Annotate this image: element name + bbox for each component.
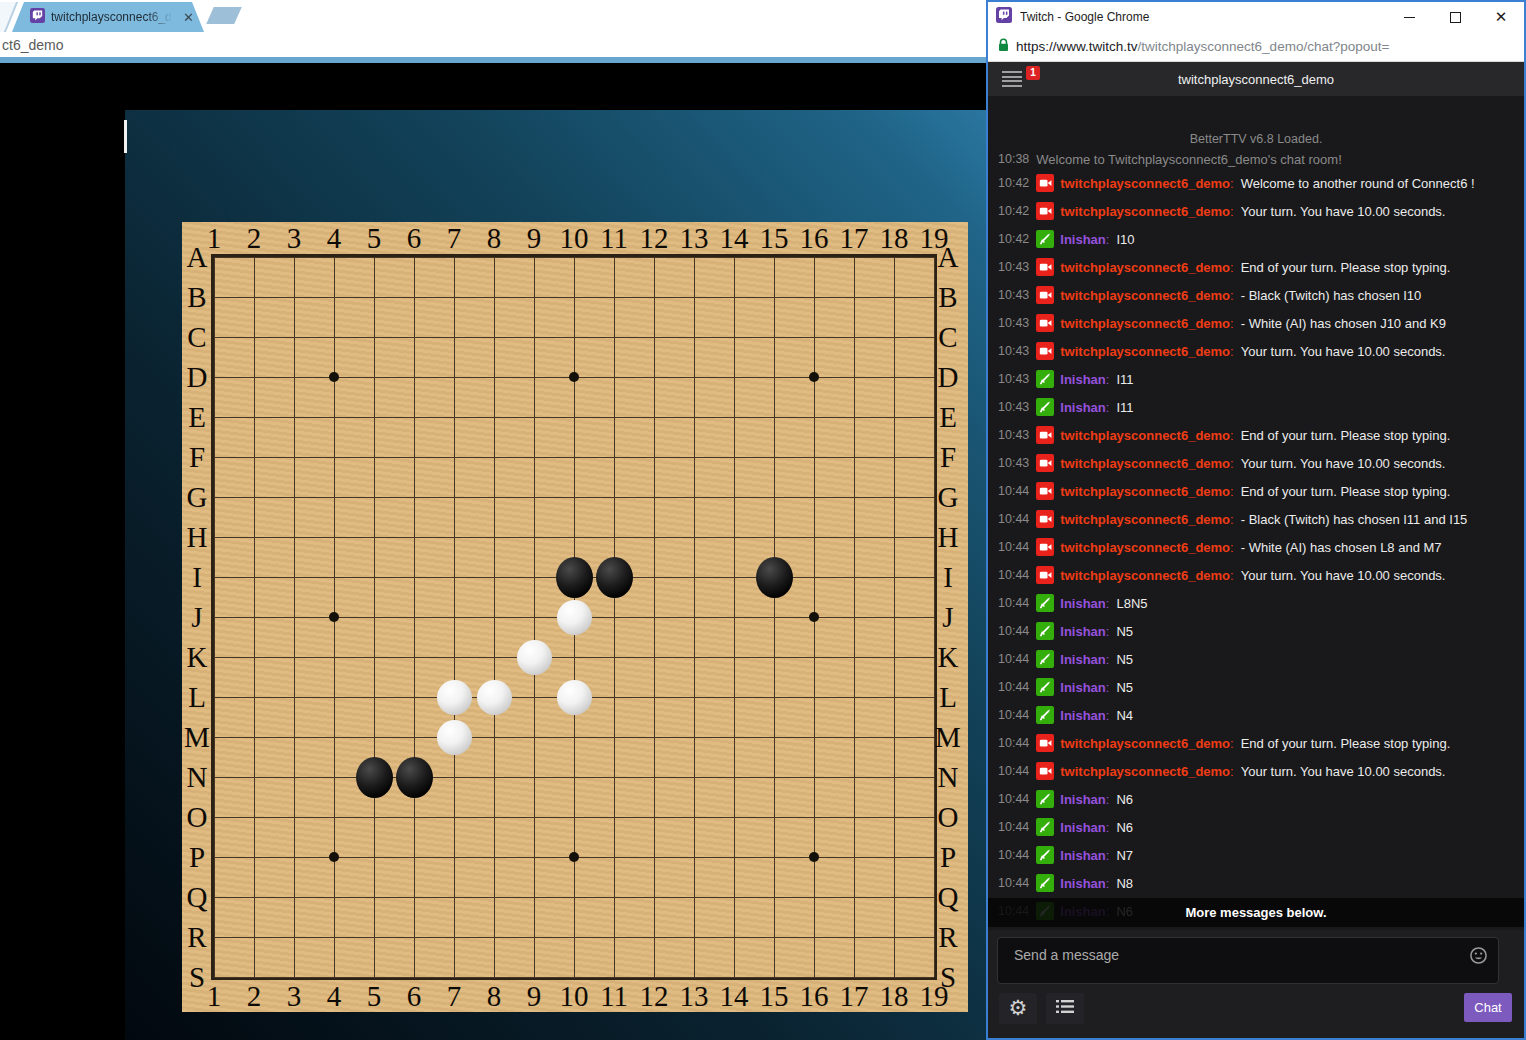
chat-text: - Black (Twitch) has chosen I10 [1241, 288, 1422, 303]
grid-line [614, 257, 615, 977]
broadcaster-badge-icon [1036, 258, 1054, 276]
broadcaster-badge-icon [1036, 342, 1054, 360]
broadcaster-badge-icon [1036, 426, 1054, 444]
chat-message: 10:44Inishan:N8 [988, 869, 1524, 897]
stream-page-content: 11AA22BB33CC44DD55EE66FF77GG88HH99II1010… [0, 63, 986, 1040]
chat-text: N7 [1116, 848, 1133, 863]
chat-username[interactable]: Inishan [1060, 232, 1106, 247]
chat-message: 10:42twitchplaysconnect6_demo:Your turn.… [988, 197, 1524, 225]
chat-text: N5 [1116, 652, 1133, 667]
timestamp: 10:43 [998, 400, 1029, 414]
column-label-bottom: 6 [397, 980, 431, 1012]
row-label-right: L [931, 681, 965, 713]
star-point [809, 852, 819, 862]
chat-message: 10:42twitchplaysconnect6_demo:Welcome to… [988, 169, 1524, 197]
chat-text: Your turn. You have 10.00 seconds. [1241, 456, 1446, 471]
column-label-bottom: 14 [717, 980, 751, 1012]
chat-username[interactable]: twitchplaysconnect6_demo [1060, 176, 1230, 191]
unread-count-badge: 1 [1026, 66, 1040, 80]
chat-username[interactable]: Inishan [1060, 792, 1106, 807]
broadcaster-badge-icon [1036, 286, 1054, 304]
chat-username[interactable]: Inishan [1060, 624, 1106, 639]
chat-username[interactable]: twitchplaysconnect6_demo [1060, 288, 1230, 303]
chat-text: Your turn. You have 10.00 seconds. [1241, 764, 1446, 779]
grid-line [734, 257, 735, 977]
moderator-sword-badge-icon [1036, 790, 1054, 808]
row-label-left: C [180, 321, 214, 353]
grid-line [774, 257, 775, 977]
chat-text: Your turn. You have 10.00 seconds. [1241, 344, 1446, 359]
chat-username[interactable]: Inishan [1060, 400, 1106, 415]
more-messages-bar[interactable]: More messages below. [988, 898, 1524, 927]
column-label-top: 19 [917, 222, 951, 254]
chat-username[interactable]: Inishan [1060, 652, 1106, 667]
column-label-bottom: 11 [597, 980, 631, 1012]
chat-text: I11 [1116, 372, 1133, 387]
colon: : [1230, 204, 1234, 219]
timestamp: 10:44 [998, 820, 1029, 834]
row-label-right: C [931, 321, 965, 353]
broadcaster-badge-icon [1036, 454, 1054, 472]
timestamp: 10:44 [998, 652, 1029, 666]
chat-username[interactable]: Inishan [1060, 820, 1106, 835]
row-label-left: O [180, 801, 214, 833]
chat-text: End of your turn. Please stop typing. [1241, 736, 1451, 751]
row-label-right: B [931, 281, 965, 313]
chat-input-placeholder: Send a message [1014, 947, 1119, 963]
screen: twitchplaysconnect6_demo ✕ ct6_demo 11AA… [0, 0, 1526, 1040]
column-label-top: 12 [637, 222, 671, 254]
row-label-left: E [180, 401, 214, 433]
timestamp: 10:44 [998, 876, 1029, 890]
colon: : [1230, 316, 1234, 331]
chat-username[interactable]: twitchplaysconnect6_demo [1060, 568, 1230, 583]
tab-close-icon[interactable]: ✕ [183, 11, 194, 24]
url-text: https://www.twitch.tv/twitchplaysconnect… [1016, 39, 1389, 54]
chat-text: N8 [1116, 876, 1133, 891]
timestamp: 10:44 [998, 848, 1029, 862]
timestamp: 10:44 [998, 736, 1029, 750]
timestamp: 10:44 [998, 596, 1029, 610]
grid-line [214, 897, 934, 898]
chat-username[interactable]: twitchplaysconnect6_demo [1060, 512, 1230, 527]
row-label-left: B [180, 281, 214, 313]
black-stone-N5[interactable] [356, 757, 393, 798]
timestamp: 10:42 [998, 204, 1029, 218]
column-label-bottom: 9 [517, 980, 551, 1012]
white-stone-L8[interactable] [477, 680, 512, 715]
chat-username[interactable]: twitchplaysconnect6_demo [1060, 428, 1230, 443]
moderator-sword-badge-icon [1036, 594, 1054, 612]
row-label-right: S [931, 961, 965, 993]
timestamp: 10:43 [998, 260, 1029, 274]
background-browser-window: twitchplaysconnect6_demo ✕ ct6_demo 11AA… [0, 0, 986, 1040]
column-label-bottom: 7 [437, 980, 471, 1012]
chat-text: End of your turn. Please stop typing. [1241, 484, 1451, 499]
moderator-sword-badge-icon [1036, 650, 1054, 668]
system-text: Welcome to Twitchplaysconnect6_demo's ch… [1036, 152, 1341, 167]
window-title: Twitch - Google Chrome [1020, 10, 1386, 24]
row-label-right: R [931, 921, 965, 953]
row-label-left: F [180, 441, 214, 473]
column-label-top: 13 [677, 222, 711, 254]
row-label-right: Q [931, 881, 965, 913]
chat-message: 10:42Inishan:I10 [988, 225, 1524, 253]
chat-username[interactable]: twitchplaysconnect6_demo [1060, 316, 1230, 331]
row-label-left: K [180, 641, 214, 673]
timestamp: 10:43 [998, 316, 1029, 330]
row-label-right: O [931, 801, 965, 833]
white-stone-M7[interactable] [437, 720, 472, 755]
timestamp: 10:44 [998, 680, 1029, 694]
column-label-top: 7 [437, 222, 471, 254]
timestamp: 10:43 [998, 456, 1029, 470]
star-point [329, 852, 339, 862]
row-label-right: E [931, 401, 965, 433]
chat-message: 10:44twitchplaysconnect6_demo:End of you… [988, 477, 1524, 505]
chat-message: 10:44twitchplaysconnect6_demo:Your turn.… [988, 561, 1524, 589]
timestamp: 10:44 [998, 792, 1029, 806]
stream-video-area: 11AA22BB33CC44DD55EE66FF77GG88HH99II1010… [125, 110, 986, 1040]
timestamp: 10:43 [998, 344, 1029, 358]
row-label-left: G [180, 481, 214, 513]
grid-line [654, 257, 655, 977]
popup-url-bar[interactable]: https://www.twitch.tv/twitchplaysconnect… [988, 32, 1524, 62]
grid-line [214, 937, 934, 938]
chat-message: 10:44Inishan:N5 [988, 673, 1524, 701]
chat-username[interactable]: Inishan [1060, 876, 1106, 891]
timestamp: 10:43 [998, 428, 1029, 442]
colon: : [1230, 428, 1234, 443]
column-label-bottom: 13 [677, 980, 711, 1012]
star-point [569, 372, 579, 382]
chat-send-button[interactable]: Chat [1464, 993, 1512, 1022]
black-stone-I11[interactable] [596, 557, 633, 598]
chat-text: End of your turn. Please stop typing. [1241, 260, 1451, 275]
broadcaster-badge-icon [1036, 566, 1054, 584]
row-label-left: L [180, 681, 214, 713]
timestamp: 10:42 [998, 176, 1029, 190]
colon: : [1106, 652, 1110, 667]
colon: : [1230, 176, 1234, 191]
column-label-bottom: 4 [317, 980, 351, 1012]
row-label-left: P [180, 841, 214, 873]
moderator-sword-badge-icon [1036, 230, 1054, 248]
column-label-bottom: 5 [357, 980, 391, 1012]
chat-settings-button[interactable]: ⚙ [999, 993, 1037, 1024]
chat-text: N4 [1116, 708, 1133, 723]
timestamp: 10:44 [998, 512, 1029, 526]
grid-line [214, 657, 934, 658]
colon: : [1106, 876, 1110, 891]
chat-message: 10:44Inishan:N6 [988, 813, 1524, 841]
tab-strip: twitchplaysconnect6_demo ✕ [0, 0, 986, 32]
colon: : [1230, 540, 1234, 555]
chat-username[interactable]: twitchplaysconnect6_demo [1060, 540, 1230, 555]
chat-message: 10:43Inishan:I11 [988, 393, 1524, 421]
chat-header: 1 twitchplaysconnect6_demo [988, 62, 1524, 96]
twitch-favicon [30, 8, 45, 27]
colon: : [1230, 512, 1234, 527]
chat-message: 10:43twitchplaysconnect6_demo:End of you… [988, 253, 1524, 281]
chat-text: N6 [1116, 792, 1133, 807]
row-label-right: N [931, 761, 965, 793]
broadcaster-badge-icon [1036, 314, 1054, 332]
moderator-sword-badge-icon [1036, 706, 1054, 724]
chat-text: N5 [1116, 680, 1133, 695]
column-label-top: 2 [237, 222, 271, 254]
chat-message: 10:44Inishan:N5 [988, 617, 1524, 645]
chat-text: End of your turn. Please stop typing. [1241, 428, 1451, 443]
chat-room-title: twitchplaysconnect6_demo [988, 72, 1524, 87]
chat-username[interactable]: twitchplaysconnect6_demo [1060, 344, 1230, 359]
chat-message: 10:44Inishan:N6 [988, 785, 1524, 813]
https-lock-icon [998, 38, 1009, 56]
chat-info-line: BetterTTV v6.8 Loaded. [988, 129, 1524, 149]
chat-username[interactable]: Inishan [1060, 708, 1106, 723]
column-label-bottom: 8 [477, 980, 511, 1012]
close-button[interactable]: ✕ [1478, 3, 1524, 31]
colon: : [1106, 820, 1110, 835]
moderator-sword-badge-icon [1036, 818, 1054, 836]
row-label-right: D [931, 361, 965, 393]
chat-message: 10:43twitchplaysconnect6_demo:- White (A… [988, 309, 1524, 337]
black-stone-N6[interactable] [396, 757, 433, 798]
chat-username[interactable]: Inishan [1060, 680, 1106, 695]
broadcaster-badge-icon [1036, 538, 1054, 556]
chat-text: Welcome to another round of Connect6 ! [1241, 176, 1475, 191]
column-label-top: 6 [397, 222, 431, 254]
row-label-right: I [931, 561, 965, 593]
row-label-left: H [180, 521, 214, 553]
row-label-right: G [931, 481, 965, 513]
chat-text: Your turn. You have 10.00 seconds. [1241, 204, 1446, 219]
colon: : [1106, 624, 1110, 639]
grid-line [214, 977, 934, 978]
chat-system-message: 10:38Welcome to Twitchplaysconnect6_demo… [988, 149, 1524, 169]
broadcaster-badge-icon [1036, 202, 1054, 220]
tab-title: twitchplaysconnect6_demo [51, 10, 177, 24]
moderator-sword-badge-icon [1036, 874, 1054, 892]
column-label-bottom: 12 [637, 980, 671, 1012]
colon: : [1230, 568, 1234, 583]
popup-title-bar[interactable]: Twitch - Google Chrome ✕ [988, 2, 1524, 32]
chat-footer: Send a message ⚙ Chat [988, 930, 1524, 1038]
colon: : [1106, 680, 1110, 695]
chat-message: 10:44Inishan:L8N5 [988, 589, 1524, 617]
column-label-top: 9 [517, 222, 551, 254]
row-label-left: Q [180, 881, 214, 913]
colon: : [1230, 456, 1234, 471]
colon: : [1230, 344, 1234, 359]
black-stone-I15[interactable] [756, 557, 793, 598]
white-stone-J10[interactable] [557, 600, 592, 635]
chat-popup-window: Twitch - Google Chrome ✕ https://www.twi… [986, 0, 1526, 1040]
chat-text: L8N5 [1116, 596, 1147, 611]
white-stone-L10[interactable] [557, 680, 592, 715]
chat-username[interactable]: twitchplaysconnect6_demo [1060, 204, 1230, 219]
chat-message: 10:43Inishan:I11 [988, 365, 1524, 393]
colon: : [1230, 484, 1234, 499]
grid-line [214, 737, 934, 738]
chat-message: 10:44Inishan:N5 [988, 645, 1524, 673]
row-label-left: M [180, 721, 214, 753]
white-stone-K9[interactable] [517, 640, 552, 675]
chat-username[interactable]: twitchplaysconnect6_demo [1060, 764, 1230, 779]
stream-caret-line [124, 120, 127, 153]
timestamp: 10:44 [998, 708, 1029, 722]
grid-line [214, 777, 934, 778]
chat-message: 10:44twitchplaysconnect6_demo:End of you… [988, 729, 1524, 757]
colon: : [1106, 848, 1110, 863]
moderator-sword-badge-icon [1036, 846, 1054, 864]
grid-line [694, 257, 695, 977]
minimize-button[interactable] [1386, 3, 1432, 31]
address-bar[interactable]: ct6_demo [0, 32, 986, 57]
timestamp: 10:44 [998, 568, 1029, 582]
row-label-left: R [180, 921, 214, 953]
row-label-right: P [931, 841, 965, 873]
chat-message: 10:44twitchplaysconnect6_demo:Your turn.… [988, 757, 1524, 785]
chat-username[interactable]: Inishan [1060, 596, 1106, 611]
chat-username[interactable]: twitchplaysconnect6_demo [1060, 456, 1230, 471]
chat-text: I10 [1116, 232, 1134, 247]
column-label-bottom: 3 [277, 980, 311, 1012]
chat-username[interactable]: Inishan [1060, 848, 1106, 863]
colon: : [1106, 372, 1110, 387]
goban[interactable]: 11AA22BB33CC44DD55EE66FF77GG88HH99II1010… [182, 222, 968, 1012]
chat-username[interactable]: twitchplaysconnect6_demo [1060, 736, 1230, 751]
chat-message: 10:44twitchplaysconnect6_demo:- Black (T… [988, 505, 1524, 533]
row-label-left: D [180, 361, 214, 393]
timestamp: 10:44 [998, 484, 1029, 498]
broadcaster-badge-icon [1036, 174, 1054, 192]
timestamp: 10:44 [998, 764, 1029, 778]
viewer-list-button[interactable] [1046, 993, 1084, 1024]
chat-message: 10:43twitchplaysconnect6_demo:Your turn.… [988, 337, 1524, 365]
chat-message: 10:44Inishan:N7 [988, 841, 1524, 869]
row-label-left: I [180, 561, 214, 593]
address-bar-text: ct6_demo [0, 37, 63, 53]
chat-menu-icon[interactable] [1002, 71, 1022, 87]
star-point [809, 372, 819, 382]
column-label-top: 10 [557, 222, 591, 254]
chat-text: - Black (Twitch) has chosen I11 and I15 [1241, 512, 1468, 527]
column-label-top: 16 [797, 222, 831, 254]
grid-line [854, 257, 855, 977]
chat-text: N6 [1116, 820, 1133, 835]
chat-message-list[interactable]: BetterTTV v6.8 Loaded.10:38Welcome to Tw… [988, 96, 1524, 930]
star-point [329, 612, 339, 622]
colon: : [1106, 596, 1110, 611]
broadcaster-badge-icon [1036, 762, 1054, 780]
timestamp: 10:43 [998, 372, 1029, 386]
colon: : [1106, 708, 1110, 723]
column-label-bottom: 17 [837, 980, 871, 1012]
chat-message: 10:44Inishan:N4 [988, 701, 1524, 729]
moderator-sword-badge-icon [1036, 370, 1054, 388]
chat-message: 10:43twitchplaysconnect6_demo:- Black (T… [988, 281, 1524, 309]
column-label-bottom: 16 [797, 980, 831, 1012]
emote-smiley-icon[interactable] [1469, 946, 1488, 969]
column-label-bottom: 2 [237, 980, 271, 1012]
chat-username[interactable]: Inishan [1060, 372, 1106, 387]
timestamp: 10:44 [998, 624, 1029, 638]
chat-input[interactable]: Send a message [997, 937, 1499, 984]
chat-text: N5 [1116, 624, 1133, 639]
chat-text: Your turn. You have 10.00 seconds. [1241, 568, 1446, 583]
tab-twitchplaysconnect6[interactable]: twitchplaysconnect6_demo ✕ [12, 2, 204, 32]
row-label-right: K [931, 641, 965, 673]
column-label-top: 3 [277, 222, 311, 254]
column-label-top: 15 [757, 222, 791, 254]
chat-username[interactable]: twitchplaysconnect6_demo [1060, 260, 1230, 275]
colon: : [1230, 736, 1234, 751]
row-label-right: J [931, 601, 965, 633]
more-messages-label: More messages below. [1185, 905, 1326, 920]
row-label-left: J [180, 601, 214, 633]
column-label-bottom: 18 [877, 980, 911, 1012]
row-label-right: H [931, 521, 965, 553]
new-tab-button[interactable] [206, 7, 242, 24]
star-point [809, 612, 819, 622]
chat-message: 10:43twitchplaysconnect6_demo:End of you… [988, 421, 1524, 449]
chat-username[interactable]: twitchplaysconnect6_demo [1060, 484, 1230, 499]
colon: : [1106, 400, 1110, 415]
white-stone-L7[interactable] [437, 680, 472, 715]
star-point [569, 852, 579, 862]
viewer-list-icon [1056, 999, 1074, 1018]
broadcaster-badge-icon [1036, 482, 1054, 500]
grid-line [894, 257, 895, 977]
black-stone-I10[interactable] [556, 557, 593, 598]
chat-text: - White (AI) has chosen L8 and M7 [1241, 540, 1442, 555]
moderator-sword-badge-icon [1036, 622, 1054, 640]
row-label-left: A [180, 241, 214, 273]
twitch-window-icon [996, 7, 1012, 27]
chat-text: I11 [1116, 400, 1133, 415]
timestamp: 10:44 [998, 540, 1029, 554]
colon: : [1106, 792, 1110, 807]
column-label-top: 4 [317, 222, 351, 254]
broadcaster-badge-icon [1036, 510, 1054, 528]
column-label-top: 14 [717, 222, 751, 254]
chat-message: 10:43twitchplaysconnect6_demo:Your turn.… [988, 449, 1524, 477]
column-label-top: 11 [597, 222, 631, 254]
gear-icon: ⚙ [1009, 998, 1028, 1019]
chat-text: - White (AI) has chosen J10 and K9 [1241, 316, 1446, 331]
colon: : [1106, 232, 1110, 247]
timestamp: 10:38 [998, 152, 1029, 166]
column-label-top: 17 [837, 222, 871, 254]
maximize-button[interactable] [1432, 3, 1478, 31]
moderator-sword-badge-icon [1036, 678, 1054, 696]
column-label-top: 8 [477, 222, 511, 254]
column-label-top: 18 [877, 222, 911, 254]
column-label-top: 5 [357, 222, 391, 254]
row-label-left: S [180, 961, 214, 993]
colon: : [1230, 288, 1234, 303]
colon: : [1230, 260, 1234, 275]
chat-message: 10:44twitchplaysconnect6_demo:- White (A… [988, 533, 1524, 561]
grid-line [214, 817, 934, 818]
row-label-right: F [931, 441, 965, 473]
colon: : [1230, 764, 1234, 779]
moderator-sword-badge-icon [1036, 398, 1054, 416]
column-label-bottom: 15 [757, 980, 791, 1012]
broadcaster-badge-icon [1036, 734, 1054, 752]
star-point [329, 372, 339, 382]
